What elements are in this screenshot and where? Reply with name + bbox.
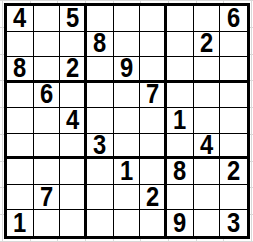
given-digit: 4	[66, 108, 79, 134]
cell-r3c5[interactable]: 9	[114, 57, 141, 83]
cell-r8c6[interactable]: 2	[140, 185, 167, 211]
given-digit: 9	[173, 210, 186, 236]
cell-r4c2[interactable]: 6	[34, 83, 61, 109]
cell-r3c9[interactable]	[220, 57, 247, 83]
given-digit: 4	[200, 134, 213, 159]
cell-r8c8[interactable]	[194, 185, 221, 211]
gridline	[0, 0, 253, 1]
cell-r7c4[interactable]	[87, 159, 114, 185]
gridline	[2, 0, 3, 242]
cell-r4c6[interactable]: 7	[140, 83, 167, 109]
cell-r7c7[interactable]: 8	[167, 159, 194, 185]
given-digit: 8	[173, 159, 186, 185]
cell-r9c5[interactable]	[114, 210, 141, 236]
cell-r4c5[interactable]	[114, 83, 141, 109]
cell-r3c3[interactable]: 2	[60, 57, 87, 83]
given-digit: 2	[200, 32, 213, 58]
cell-r5c5[interactable]	[114, 108, 141, 134]
given-digit: 7	[40, 185, 53, 211]
cell-r2c1[interactable]	[7, 32, 34, 58]
cell-r3c7[interactable]	[167, 57, 194, 83]
cell-r1c2[interactable]	[34, 6, 61, 32]
cell-r8c7[interactable]	[167, 185, 194, 211]
cell-r5c3[interactable]: 4	[60, 108, 87, 134]
cell-r8c4[interactable]	[87, 185, 114, 211]
given-digit: 5	[66, 6, 79, 32]
cell-r6c5[interactable]	[114, 134, 141, 160]
cell-r8c1[interactable]	[7, 185, 34, 211]
cell-r4c7[interactable]	[167, 83, 194, 109]
cell-r8c3[interactable]	[60, 185, 87, 211]
cell-r3c4[interactable]	[87, 57, 114, 83]
sudoku-board: 4568282967413418272193	[4, 3, 250, 239]
given-digit: 6	[227, 6, 240, 32]
cell-r7c5[interactable]: 1	[114, 159, 141, 185]
cell-r8c5[interactable]	[114, 185, 141, 211]
cell-r7c9[interactable]: 2	[220, 159, 247, 185]
cell-r7c2[interactable]	[34, 159, 61, 185]
cell-r5c9[interactable]	[220, 108, 247, 134]
cell-r1c5[interactable]	[114, 6, 141, 32]
gridline	[251, 0, 252, 242]
given-digit: 6	[40, 83, 53, 109]
cell-r7c1[interactable]	[7, 159, 34, 185]
given-digit: 7	[146, 83, 159, 109]
cell-r3c6[interactable]	[140, 57, 167, 83]
cell-r8c2[interactable]: 7	[34, 185, 61, 211]
cell-r9c1[interactable]: 1	[7, 210, 34, 236]
given-digit: 2	[66, 57, 79, 82]
given-digit: 9	[120, 57, 133, 82]
cell-r4c9[interactable]	[220, 83, 247, 109]
cell-r2c7[interactable]	[167, 32, 194, 58]
given-digit: 8	[13, 57, 26, 82]
cell-r7c8[interactable]	[194, 159, 221, 185]
cell-r4c8[interactable]	[194, 83, 221, 109]
cell-r6c2[interactable]	[34, 134, 61, 160]
cell-r1c7[interactable]	[167, 6, 194, 32]
cell-r2c4[interactable]: 8	[87, 32, 114, 58]
given-digit: 4	[13, 6, 26, 32]
cell-r2c2[interactable]	[34, 32, 61, 58]
cell-r6c1[interactable]	[7, 134, 34, 160]
cell-r6c9[interactable]	[220, 134, 247, 160]
cell-r7c3[interactable]	[60, 159, 87, 185]
cell-r2c8[interactable]: 2	[194, 32, 221, 58]
cell-r9c8[interactable]	[194, 210, 221, 236]
cell-r5c2[interactable]	[34, 108, 61, 134]
cell-r9c3[interactable]	[60, 210, 87, 236]
cell-r5c1[interactable]	[7, 108, 34, 134]
given-digit: 2	[146, 185, 159, 211]
cell-r1c4[interactable]	[87, 6, 114, 32]
cell-r1c9[interactable]: 6	[220, 6, 247, 32]
given-digit: 3	[93, 134, 106, 159]
given-digit: 1	[13, 210, 26, 236]
cell-r6c4[interactable]: 3	[87, 134, 114, 160]
cell-r9c7[interactable]: 9	[167, 210, 194, 236]
given-digit: 3	[227, 210, 240, 236]
cell-r9c2[interactable]	[34, 210, 61, 236]
cell-r4c4[interactable]	[87, 83, 114, 109]
cell-r2c6[interactable]	[140, 32, 167, 58]
cell-r2c5[interactable]	[114, 32, 141, 58]
cell-r5c7[interactable]: 1	[167, 108, 194, 134]
cell-r9c9[interactable]: 3	[220, 210, 247, 236]
cell-r9c6[interactable]	[140, 210, 167, 236]
cell-r1c6[interactable]	[140, 6, 167, 32]
cell-r5c6[interactable]	[140, 108, 167, 134]
cell-r6c7[interactable]	[167, 134, 194, 160]
given-digit: 8	[93, 32, 106, 58]
given-digit: 1	[120, 159, 133, 185]
cell-r2c3[interactable]	[60, 32, 87, 58]
cell-r7c6[interactable]	[140, 159, 167, 185]
cell-r1c8[interactable]	[194, 6, 221, 32]
cell-r1c3[interactable]: 5	[60, 6, 87, 32]
cell-r3c1[interactable]: 8	[7, 57, 34, 83]
cell-r6c8[interactable]: 4	[194, 134, 221, 160]
cell-r4c3[interactable]	[60, 83, 87, 109]
cell-r4c1[interactable]	[7, 83, 34, 109]
cell-r3c2[interactable]	[34, 57, 61, 83]
cell-r5c8[interactable]	[194, 108, 221, 134]
cell-r6c3[interactable]	[60, 134, 87, 160]
cell-r8c9[interactable]	[220, 185, 247, 211]
given-digit: 2	[227, 159, 240, 185]
cell-r3c8[interactable]	[194, 57, 221, 83]
cell-r2c9[interactable]	[220, 32, 247, 58]
cell-r6c6[interactable]	[140, 134, 167, 160]
cell-r9c4[interactable]	[87, 210, 114, 236]
cell-r1c1[interactable]: 4	[7, 6, 34, 32]
cell-r5c4[interactable]	[87, 108, 114, 134]
given-digit: 1	[173, 108, 186, 134]
